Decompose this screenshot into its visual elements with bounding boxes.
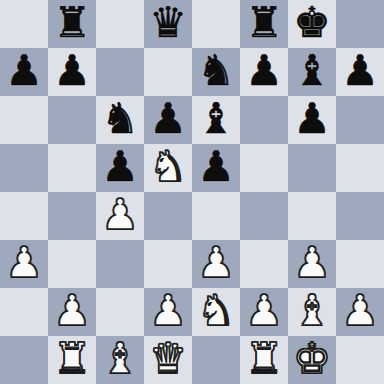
piece-black-pawn: ♟ (101, 143, 139, 191)
square-g4[interactable] (288, 192, 336, 240)
piece-black-pawn: ♟ (245, 47, 283, 95)
piece-white-pawn: ♟ (101, 191, 139, 239)
square-e2[interactable]: ♞ (192, 288, 240, 336)
piece-black-rook: ♜ (53, 0, 91, 47)
piece-white-knight: ♞ (197, 287, 235, 335)
square-f4[interactable] (240, 192, 288, 240)
piece-white-bishop: ♝ (101, 335, 139, 383)
square-d5[interactable]: ♞ (144, 144, 192, 192)
square-h2[interactable]: ♟ (336, 288, 384, 336)
piece-white-pawn: ♟ (53, 287, 91, 335)
square-g1[interactable]: ♚ (288, 336, 336, 384)
square-b5[interactable] (48, 144, 96, 192)
piece-black-bishop: ♝ (293, 47, 331, 95)
chess-board-container: ♜♛♜♚♟♟♞♟♝♟♞♟♝♟♟♞♟♟♟♟♟♟♟♞♟♝♟♜♝♛♜♚ (0, 0, 384, 384)
square-f2[interactable]: ♟ (240, 288, 288, 336)
square-f5[interactable] (240, 144, 288, 192)
square-c2[interactable] (96, 288, 144, 336)
square-a6[interactable] (0, 96, 48, 144)
piece-white-bishop: ♝ (293, 287, 331, 335)
square-g7[interactable]: ♝ (288, 48, 336, 96)
piece-white-knight: ♞ (149, 143, 187, 191)
piece-black-pawn: ♟ (197, 143, 235, 191)
square-a7[interactable]: ♟ (0, 48, 48, 96)
square-d2[interactable]: ♟ (144, 288, 192, 336)
square-e5[interactable]: ♟ (192, 144, 240, 192)
square-d1[interactable]: ♛ (144, 336, 192, 384)
square-e3[interactable]: ♟ (192, 240, 240, 288)
square-f6[interactable] (240, 96, 288, 144)
square-f3[interactable] (240, 240, 288, 288)
square-a2[interactable] (0, 288, 48, 336)
square-g2[interactable]: ♝ (288, 288, 336, 336)
piece-black-pawn: ♟ (5, 47, 43, 95)
chess-board: ♜♛♜♚♟♟♞♟♝♟♞♟♝♟♟♞♟♟♟♟♟♟♟♞♟♝♟♜♝♛♜♚ (0, 0, 384, 384)
square-e8[interactable] (192, 0, 240, 48)
square-a1[interactable] (0, 336, 48, 384)
square-b2[interactable]: ♟ (48, 288, 96, 336)
piece-black-pawn: ♟ (149, 95, 187, 143)
square-h3[interactable] (336, 240, 384, 288)
square-g3[interactable]: ♟ (288, 240, 336, 288)
square-e7[interactable]: ♞ (192, 48, 240, 96)
square-b4[interactable] (48, 192, 96, 240)
square-c5[interactable]: ♟ (96, 144, 144, 192)
piece-black-knight: ♞ (101, 95, 139, 143)
square-d4[interactable] (144, 192, 192, 240)
square-a4[interactable] (0, 192, 48, 240)
square-h4[interactable] (336, 192, 384, 240)
piece-white-pawn: ♟ (245, 287, 283, 335)
square-a5[interactable] (0, 144, 48, 192)
square-f1[interactable]: ♜ (240, 336, 288, 384)
piece-white-pawn: ♟ (197, 239, 235, 287)
square-f8[interactable]: ♜ (240, 0, 288, 48)
piece-black-pawn: ♟ (341, 47, 379, 95)
piece-black-pawn: ♟ (53, 47, 91, 95)
piece-black-king: ♚ (293, 0, 331, 47)
piece-white-rook: ♜ (53, 335, 91, 383)
square-e1[interactable] (192, 336, 240, 384)
square-e4[interactable] (192, 192, 240, 240)
square-b1[interactable]: ♜ (48, 336, 96, 384)
piece-white-pawn: ♟ (293, 239, 331, 287)
square-h1[interactable] (336, 336, 384, 384)
square-h5[interactable] (336, 144, 384, 192)
square-c4[interactable]: ♟ (96, 192, 144, 240)
piece-white-king: ♚ (293, 335, 331, 383)
square-d3[interactable] (144, 240, 192, 288)
square-b3[interactable] (48, 240, 96, 288)
square-h8[interactable] (336, 0, 384, 48)
square-a3[interactable]: ♟ (0, 240, 48, 288)
piece-black-knight: ♞ (197, 47, 235, 95)
square-h7[interactable]: ♟ (336, 48, 384, 96)
piece-white-rook: ♜ (245, 335, 283, 383)
piece-white-pawn: ♟ (149, 287, 187, 335)
square-h6[interactable] (336, 96, 384, 144)
square-f7[interactable]: ♟ (240, 48, 288, 96)
square-d6[interactable]: ♟ (144, 96, 192, 144)
square-c1[interactable]: ♝ (96, 336, 144, 384)
square-a8[interactable] (0, 0, 48, 48)
piece-black-pawn: ♟ (293, 95, 331, 143)
piece-black-queen: ♛ (149, 0, 187, 47)
square-b6[interactable] (48, 96, 96, 144)
square-c8[interactable] (96, 0, 144, 48)
square-b8[interactable]: ♜ (48, 0, 96, 48)
piece-black-rook: ♜ (245, 0, 283, 47)
square-d7[interactable] (144, 48, 192, 96)
square-g6[interactable]: ♟ (288, 96, 336, 144)
square-c6[interactable]: ♞ (96, 96, 144, 144)
square-g8[interactable]: ♚ (288, 0, 336, 48)
square-g5[interactable] (288, 144, 336, 192)
square-d8[interactable]: ♛ (144, 0, 192, 48)
square-e6[interactable]: ♝ (192, 96, 240, 144)
piece-white-pawn: ♟ (341, 287, 379, 335)
square-b7[interactable]: ♟ (48, 48, 96, 96)
square-c3[interactable] (96, 240, 144, 288)
square-c7[interactable] (96, 48, 144, 96)
piece-black-bishop: ♝ (197, 95, 235, 143)
piece-white-queen: ♛ (149, 335, 187, 383)
piece-white-pawn: ♟ (5, 239, 43, 287)
